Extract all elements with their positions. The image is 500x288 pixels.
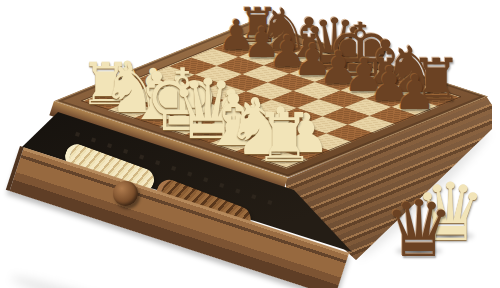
piece-light-rook[interactable]: ♜ <box>254 105 314 172</box>
piece-dark-queen-extra[interactable]: ♛ <box>384 190 454 268</box>
piece-dark-pawn[interactable]: ♟ <box>393 67 436 115</box>
drawer-knob[interactable] <box>113 181 138 206</box>
chess-set-product-photo: ♜♞♝♛♚♝♞♜♟♟♟♟♟♟♟♟♟♟♟♟♟♟♟♟♜♞♝♚♛♝♞♜♛♛ <box>0 0 500 288</box>
